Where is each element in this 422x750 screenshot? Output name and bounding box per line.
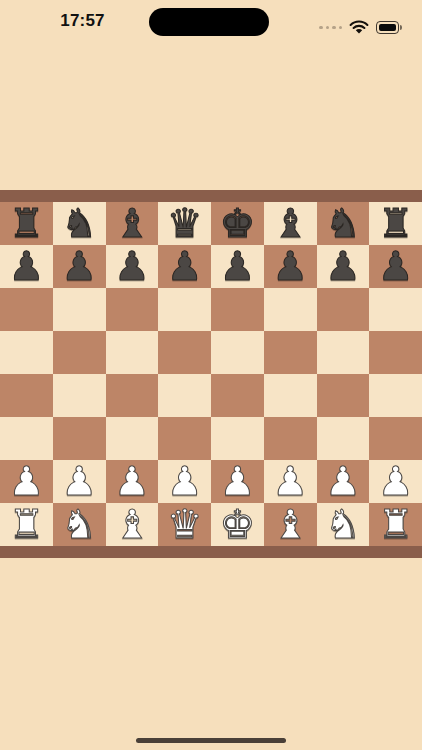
square-e3[interactable] — [211, 417, 264, 460]
square-a1[interactable]: ♜ — [0, 503, 53, 546]
square-a2[interactable]: ♟ — [0, 460, 53, 503]
square-c6[interactable] — [106, 288, 159, 331]
square-f7[interactable]: ♟ — [264, 245, 317, 288]
cellular-signal-icon — [319, 26, 342, 30]
square-h3[interactable] — [369, 417, 422, 460]
piece-white-pawn[interactable]: ♟ — [219, 461, 255, 501]
piece-black-queen[interactable]: ♛ — [167, 203, 203, 243]
piece-white-pawn[interactable]: ♟ — [272, 461, 308, 501]
square-g8[interactable]: ♞ — [317, 202, 370, 245]
chess-board[interactable]: ♜♞♝♛♚♝♞♜♟♟♟♟♟♟♟♟♟♟♟♟♟♟♟♟♜♞♝♛♚♝♞♜ — [0, 202, 422, 546]
square-d7[interactable]: ♟ — [158, 245, 211, 288]
square-h8[interactable]: ♜ — [369, 202, 422, 245]
piece-white-pawn[interactable]: ♟ — [325, 461, 361, 501]
square-b2[interactable]: ♟ — [53, 460, 106, 503]
piece-black-pawn[interactable]: ♟ — [114, 246, 150, 286]
square-a6[interactable] — [0, 288, 53, 331]
square-a4[interactable] — [0, 374, 53, 417]
square-a8[interactable]: ♜ — [0, 202, 53, 245]
square-g6[interactable] — [317, 288, 370, 331]
home-indicator[interactable] — [136, 738, 286, 743]
piece-black-pawn[interactable]: ♟ — [167, 246, 203, 286]
square-c4[interactable] — [106, 374, 159, 417]
piece-white-pawn[interactable]: ♟ — [8, 461, 44, 501]
square-b7[interactable]: ♟ — [53, 245, 106, 288]
piece-black-pawn[interactable]: ♟ — [8, 246, 44, 286]
piece-black-king[interactable]: ♚ — [219, 203, 255, 243]
square-g7[interactable]: ♟ — [317, 245, 370, 288]
square-h1[interactable]: ♜ — [369, 503, 422, 546]
piece-black-pawn[interactable]: ♟ — [61, 246, 97, 286]
square-c1[interactable]: ♝ — [106, 503, 159, 546]
square-d2[interactable]: ♟ — [158, 460, 211, 503]
square-c7[interactable]: ♟ — [106, 245, 159, 288]
square-a5[interactable] — [0, 331, 53, 374]
square-f5[interactable] — [264, 331, 317, 374]
square-b1[interactable]: ♞ — [53, 503, 106, 546]
square-e7[interactable]: ♟ — [211, 245, 264, 288]
square-h2[interactable]: ♟ — [369, 460, 422, 503]
square-f4[interactable] — [264, 374, 317, 417]
status-bar: 17:57 — [0, 0, 422, 47]
chess-board-frame: ♜♞♝♛♚♝♞♜♟♟♟♟♟♟♟♟♟♟♟♟♟♟♟♟♜♞♝♛♚♝♞♜ — [0, 190, 422, 558]
square-a3[interactable] — [0, 417, 53, 460]
piece-black-knight[interactable]: ♞ — [325, 203, 361, 243]
piece-black-pawn[interactable]: ♟ — [378, 246, 414, 286]
piece-white-pawn[interactable]: ♟ — [378, 461, 414, 501]
square-c8[interactable]: ♝ — [106, 202, 159, 245]
square-d4[interactable] — [158, 374, 211, 417]
piece-white-rook[interactable]: ♜ — [378, 504, 414, 544]
square-c2[interactable]: ♟ — [106, 460, 159, 503]
square-f2[interactable]: ♟ — [264, 460, 317, 503]
square-b8[interactable]: ♞ — [53, 202, 106, 245]
piece-white-pawn[interactable]: ♟ — [167, 461, 203, 501]
status-icons — [319, 20, 402, 35]
piece-white-knight[interactable]: ♞ — [325, 504, 361, 544]
piece-white-bishop[interactable]: ♝ — [272, 504, 308, 544]
square-h7[interactable]: ♟ — [369, 245, 422, 288]
square-d8[interactable]: ♛ — [158, 202, 211, 245]
square-g5[interactable] — [317, 331, 370, 374]
piece-black-rook[interactable]: ♜ — [8, 203, 44, 243]
square-a7[interactable]: ♟ — [0, 245, 53, 288]
square-e4[interactable] — [211, 374, 264, 417]
square-g1[interactable]: ♞ — [317, 503, 370, 546]
square-d5[interactable] — [158, 331, 211, 374]
square-d1[interactable]: ♛ — [158, 503, 211, 546]
piece-black-bishop[interactable]: ♝ — [114, 203, 150, 243]
square-c5[interactable] — [106, 331, 159, 374]
square-f3[interactable] — [264, 417, 317, 460]
piece-white-pawn[interactable]: ♟ — [61, 461, 97, 501]
app-screen: 17:57 ♜♞♝♛♚♝♞♜♟♟♟♟♟♟♟♟♟♟♟♟♟♟♟♟♜♞♝♛♚♝♞♜ — [0, 0, 422, 750]
piece-black-pawn[interactable]: ♟ — [219, 246, 255, 286]
square-g4[interactable] — [317, 374, 370, 417]
square-e8[interactable]: ♚ — [211, 202, 264, 245]
square-f6[interactable] — [264, 288, 317, 331]
dynamic-island — [149, 8, 269, 36]
square-b5[interactable] — [53, 331, 106, 374]
piece-white-pawn[interactable]: ♟ — [114, 461, 150, 501]
square-c3[interactable] — [106, 417, 159, 460]
square-e1[interactable]: ♚ — [211, 503, 264, 546]
square-e5[interactable] — [211, 331, 264, 374]
square-h6[interactable] — [369, 288, 422, 331]
piece-black-pawn[interactable]: ♟ — [272, 246, 308, 286]
square-h4[interactable] — [369, 374, 422, 417]
square-h5[interactable] — [369, 331, 422, 374]
square-e6[interactable] — [211, 288, 264, 331]
square-f1[interactable]: ♝ — [264, 503, 317, 546]
battery-icon — [376, 21, 402, 34]
square-d6[interactable] — [158, 288, 211, 331]
piece-white-knight[interactable]: ♞ — [61, 504, 97, 544]
piece-black-pawn[interactable]: ♟ — [325, 246, 361, 286]
square-d3[interactable] — [158, 417, 211, 460]
piece-black-knight[interactable]: ♞ — [61, 203, 97, 243]
status-time: 17:57 — [0, 11, 165, 31]
piece-white-bishop[interactable]: ♝ — [114, 504, 150, 544]
wifi-icon — [349, 20, 369, 35]
piece-white-rook[interactable]: ♜ — [8, 504, 44, 544]
square-f8[interactable]: ♝ — [264, 202, 317, 245]
square-g2[interactable]: ♟ — [317, 460, 370, 503]
square-b4[interactable] — [53, 374, 106, 417]
square-b6[interactable] — [53, 288, 106, 331]
piece-white-queen[interactable]: ♛ — [167, 504, 203, 544]
piece-white-king[interactable]: ♚ — [219, 504, 255, 544]
square-e2[interactable]: ♟ — [211, 460, 264, 503]
square-g3[interactable] — [317, 417, 370, 460]
piece-black-bishop[interactable]: ♝ — [272, 203, 308, 243]
square-b3[interactable] — [53, 417, 106, 460]
piece-black-rook[interactable]: ♜ — [378, 203, 414, 243]
